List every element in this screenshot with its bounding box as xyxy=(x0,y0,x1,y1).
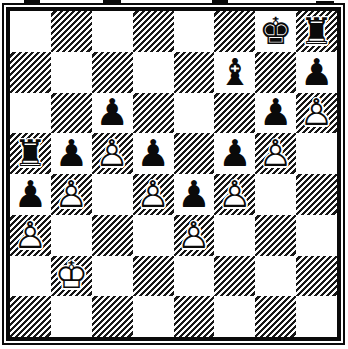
square-d6[interactable] xyxy=(133,93,174,134)
piece-black-king: ♚♚ xyxy=(255,11,296,52)
square-e6[interactable] xyxy=(174,93,215,134)
square-c5[interactable]: ♟♙ xyxy=(92,133,133,174)
square-g3[interactable] xyxy=(255,215,296,256)
square-g2[interactable] xyxy=(255,256,296,297)
square-g7[interactable] xyxy=(255,52,296,93)
square-c8[interactable] xyxy=(92,11,133,52)
square-c3[interactable] xyxy=(92,215,133,256)
square-f5[interactable]: ♟♟ xyxy=(214,133,255,174)
chess-board-frame: ♚♚♜♜♝♝♟♟♟♟♟♟♟♙♜♜♟♟♟♙♟♟♟♟♟♙♟♟♟♙♟♙♟♟♟♙♟♙♟♙… xyxy=(2,3,345,345)
piece-black-pawn: ♟♟ xyxy=(296,52,337,93)
piece-white-pawn: ♟♙ xyxy=(10,215,51,256)
piece-white-pawn: ♟♙ xyxy=(92,133,133,174)
square-h3[interactable] xyxy=(296,215,337,256)
piece-black-pawn: ♟♟ xyxy=(133,133,174,174)
square-d2[interactable] xyxy=(133,256,174,297)
black-pawn-icon: ♟ xyxy=(174,174,215,215)
black-pawn-icon: ♟ xyxy=(10,174,51,215)
scan-artifact xyxy=(24,0,40,4)
black-rook-icon: ♜ xyxy=(296,11,337,52)
square-e7[interactable] xyxy=(174,52,215,93)
white-pawn-icon: ♙ xyxy=(255,133,296,174)
square-f1[interactable] xyxy=(214,296,255,337)
square-d3[interactable] xyxy=(133,215,174,256)
square-a2[interactable] xyxy=(10,256,51,297)
square-e3[interactable]: ♟♙ xyxy=(174,215,215,256)
square-b1[interactable] xyxy=(51,296,92,337)
square-h5[interactable] xyxy=(296,133,337,174)
black-pawn-icon: ♟ xyxy=(51,133,92,174)
square-a6[interactable] xyxy=(10,93,51,134)
piece-white-pawn: ♟♙ xyxy=(296,93,337,134)
scan-artifact xyxy=(316,1,334,4)
square-c1[interactable] xyxy=(92,296,133,337)
square-d4[interactable]: ♟♙ xyxy=(133,174,174,215)
square-b7[interactable] xyxy=(51,52,92,93)
square-b4[interactable]: ♟♙ xyxy=(51,174,92,215)
piece-white-pawn: ♟♙ xyxy=(255,133,296,174)
piece-white-king: ♚♔ xyxy=(51,256,92,297)
piece-white-pawn: ♟♙ xyxy=(133,174,174,215)
square-a7[interactable] xyxy=(10,52,51,93)
square-c2[interactable] xyxy=(92,256,133,297)
square-f3[interactable] xyxy=(214,215,255,256)
square-f2[interactable] xyxy=(214,256,255,297)
square-e5[interactable] xyxy=(174,133,215,174)
square-e8[interactable] xyxy=(174,11,215,52)
white-pawn-icon: ♙ xyxy=(214,174,255,215)
piece-black-pawn: ♟♟ xyxy=(174,174,215,215)
piece-black-pawn: ♟♟ xyxy=(92,93,133,134)
square-a3[interactable]: ♟♙ xyxy=(10,215,51,256)
square-b5[interactable]: ♟♟ xyxy=(51,133,92,174)
square-c4[interactable] xyxy=(92,174,133,215)
white-pawn-icon: ♙ xyxy=(296,93,337,134)
chess-board: ♚♚♜♜♝♝♟♟♟♟♟♟♟♙♜♜♟♟♟♙♟♟♟♟♟♙♟♟♟♙♟♙♟♟♟♙♟♙♟♙… xyxy=(6,7,341,341)
square-h2[interactable] xyxy=(296,256,337,297)
square-c6[interactable]: ♟♟ xyxy=(92,93,133,134)
square-f4[interactable]: ♟♙ xyxy=(214,174,255,215)
piece-black-bishop: ♝♝ xyxy=(214,52,255,93)
piece-black-pawn: ♟♟ xyxy=(255,93,296,134)
square-d1[interactable] xyxy=(133,296,174,337)
white-pawn-icon: ♙ xyxy=(92,133,133,174)
piece-black-rook: ♜♜ xyxy=(296,11,337,52)
piece-white-pawn: ♟♙ xyxy=(51,174,92,215)
square-f6[interactable] xyxy=(214,93,255,134)
black-king-icon: ♚ xyxy=(255,11,296,52)
white-pawn-icon: ♙ xyxy=(10,215,51,256)
piece-white-pawn: ♟♙ xyxy=(214,174,255,215)
square-h6[interactable]: ♟♙ xyxy=(296,93,337,134)
square-e4[interactable]: ♟♟ xyxy=(174,174,215,215)
square-h1[interactable] xyxy=(296,296,337,337)
black-rook-icon: ♜ xyxy=(10,133,51,174)
square-c7[interactable] xyxy=(92,52,133,93)
scan-artifact xyxy=(212,0,228,3)
white-pawn-icon: ♙ xyxy=(133,174,174,215)
square-g4[interactable] xyxy=(255,174,296,215)
white-pawn-icon: ♙ xyxy=(174,215,215,256)
square-h7[interactable]: ♟♟ xyxy=(296,52,337,93)
piece-black-rook: ♜♜ xyxy=(10,133,51,174)
square-a4[interactable]: ♟♟ xyxy=(10,174,51,215)
square-f7[interactable]: ♝♝ xyxy=(214,52,255,93)
black-bishop-icon: ♝ xyxy=(214,52,255,93)
black-pawn-icon: ♟ xyxy=(133,133,174,174)
black-pawn-icon: ♟ xyxy=(92,93,133,134)
black-pawn-icon: ♟ xyxy=(296,52,337,93)
square-e1[interactable] xyxy=(174,296,215,337)
square-b8[interactable] xyxy=(51,11,92,52)
white-king-icon: ♔ xyxy=(51,256,92,297)
black-pawn-icon: ♟ xyxy=(214,133,255,174)
square-g1[interactable] xyxy=(255,296,296,337)
square-d5[interactable]: ♟♟ xyxy=(133,133,174,174)
square-b6[interactable] xyxy=(51,93,92,134)
square-g8[interactable]: ♚♚ xyxy=(255,11,296,52)
square-a1[interactable] xyxy=(10,296,51,337)
white-pawn-icon: ♙ xyxy=(51,174,92,215)
square-b3[interactable] xyxy=(51,215,92,256)
piece-black-pawn: ♟♟ xyxy=(10,174,51,215)
square-b2[interactable]: ♚♔ xyxy=(51,256,92,297)
square-f8[interactable] xyxy=(214,11,255,52)
square-g6[interactable]: ♟♟ xyxy=(255,93,296,134)
piece-black-pawn: ♟♟ xyxy=(51,133,92,174)
square-h4[interactable] xyxy=(296,174,337,215)
square-g5[interactable]: ♟♙ xyxy=(255,133,296,174)
square-d8[interactable] xyxy=(133,11,174,52)
piece-black-pawn: ♟♟ xyxy=(214,133,255,174)
black-pawn-icon: ♟ xyxy=(255,93,296,134)
square-a5[interactable]: ♜♜ xyxy=(10,133,51,174)
square-d7[interactable] xyxy=(133,52,174,93)
square-e2[interactable] xyxy=(174,256,215,297)
square-h8[interactable]: ♜♜ xyxy=(296,11,337,52)
scan-artifact xyxy=(103,0,121,3)
square-a8[interactable] xyxy=(10,11,51,52)
piece-white-pawn: ♟♙ xyxy=(174,215,215,256)
